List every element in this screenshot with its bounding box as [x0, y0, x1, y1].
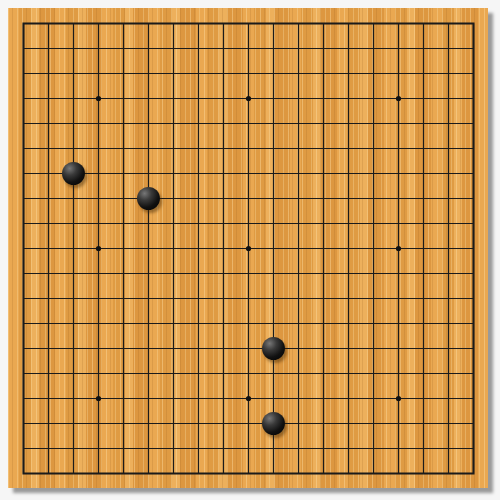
black-stone-C13 [62, 162, 85, 185]
black-stone-L3 [262, 412, 285, 435]
black-stone-F12 [137, 187, 160, 210]
page-background [0, 0, 500, 500]
stones-layer [8, 8, 488, 488]
black-stone-L6 [262, 337, 285, 360]
go-board[interactable] [8, 8, 488, 488]
